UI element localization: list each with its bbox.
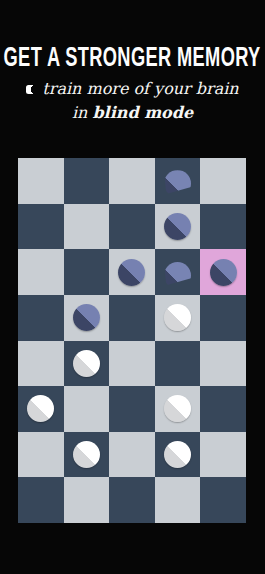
subtitle-line1-text: train more of your brain	[42, 78, 238, 100]
board-square[interactable]	[155, 341, 201, 387]
fading-dark-piece[interactable]	[164, 262, 191, 289]
board-square[interactable]	[18, 432, 64, 478]
board-square[interactable]	[155, 204, 201, 250]
subtitle-line2: in blind mode	[0, 102, 265, 124]
board-square[interactable]	[109, 477, 155, 523]
blind-mode-icon	[26, 85, 35, 94]
board-square[interactable]	[109, 432, 155, 478]
blind-mode-label: blind mode	[92, 103, 193, 122]
board-square[interactable]	[18, 386, 64, 432]
white-piece[interactable]	[73, 350, 100, 377]
board-square[interactable]	[64, 204, 110, 250]
game-board	[18, 158, 246, 523]
white-piece[interactable]	[73, 441, 100, 468]
board-square[interactable]	[200, 341, 246, 387]
board-square[interactable]	[18, 158, 64, 204]
page-title: GET A STRONGER MEMORY	[4, 43, 261, 70]
board-square[interactable]	[18, 204, 64, 250]
white-piece[interactable]	[164, 395, 191, 422]
board-square[interactable]	[109, 341, 155, 387]
board-square[interactable]	[200, 477, 246, 523]
white-piece[interactable]	[164, 304, 191, 331]
board-square[interactable]	[64, 249, 110, 295]
dark-piece[interactable]	[164, 213, 191, 240]
dark-piece[interactable]	[210, 259, 237, 286]
subtitle-line2-prefix: in	[72, 103, 93, 122]
board-square[interactable]	[109, 295, 155, 341]
dark-piece[interactable]	[118, 259, 145, 286]
board-square[interactable]	[18, 341, 64, 387]
board-square[interactable]	[109, 386, 155, 432]
highlighted-board-square[interactable]	[200, 249, 246, 295]
board-square[interactable]	[200, 432, 246, 478]
board-square[interactable]	[64, 341, 110, 387]
board-square[interactable]	[18, 249, 64, 295]
white-piece[interactable]	[164, 441, 191, 468]
board-square[interactable]	[155, 432, 201, 478]
board-square[interactable]	[200, 295, 246, 341]
board-square[interactable]	[200, 386, 246, 432]
subtitle-line1: train more of your brain	[0, 78, 265, 100]
board-square[interactable]	[109, 249, 155, 295]
board-square[interactable]	[155, 477, 201, 523]
board-square[interactable]	[155, 249, 201, 295]
board-square[interactable]	[64, 386, 110, 432]
board-square[interactable]	[18, 477, 64, 523]
board-square[interactable]	[109, 158, 155, 204]
board-square[interactable]	[64, 158, 110, 204]
board-square[interactable]	[155, 386, 201, 432]
board-square[interactable]	[18, 295, 64, 341]
board-square[interactable]	[64, 295, 110, 341]
white-piece[interactable]	[27, 395, 54, 422]
board-square[interactable]	[109, 204, 155, 250]
board-square[interactable]	[64, 477, 110, 523]
board-square[interactable]	[155, 158, 201, 204]
board-square[interactable]	[64, 432, 110, 478]
fading-dark-piece[interactable]	[164, 170, 191, 197]
board-square[interactable]	[200, 204, 246, 250]
dark-piece[interactable]	[73, 304, 100, 331]
board-square[interactable]	[155, 295, 201, 341]
board-square[interactable]	[200, 158, 246, 204]
